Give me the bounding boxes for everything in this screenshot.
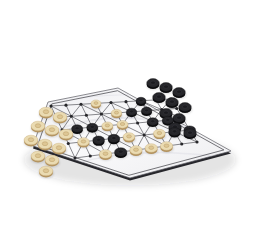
black-piece[interactable] xyxy=(93,136,105,146)
white-piece[interactable] xyxy=(160,142,173,153)
white-piece[interactable] xyxy=(145,144,158,155)
black-piece[interactable] xyxy=(72,125,84,135)
black-piece[interactable] xyxy=(87,123,99,133)
captured-black-piece[interactable] xyxy=(160,83,173,94)
black-piece[interactable] xyxy=(141,107,152,116)
captured-white-piece[interactable] xyxy=(52,143,67,155)
captured-white-piece[interactable] xyxy=(59,129,74,141)
captured-black-piece[interactable] xyxy=(173,88,186,99)
captured-white-piece[interactable] xyxy=(53,112,68,124)
captured-white-piece[interactable] xyxy=(39,107,54,119)
captured-black-piece[interactable] xyxy=(166,98,179,109)
black-piece[interactable] xyxy=(169,128,181,138)
captured-white-piece[interactable] xyxy=(31,121,46,133)
black-piece[interactable] xyxy=(136,97,147,106)
white-piece[interactable] xyxy=(99,150,112,161)
white-piece[interactable] xyxy=(154,129,166,139)
black-piece[interactable] xyxy=(126,108,137,117)
captured-white-piece[interactable] xyxy=(24,135,39,147)
white-piece[interactable] xyxy=(91,100,102,109)
captured-black-piece[interactable] xyxy=(179,103,192,114)
black-piece[interactable] xyxy=(108,134,120,144)
captured-black-piece[interactable] xyxy=(147,79,160,90)
captured-white-piece[interactable] xyxy=(31,151,46,163)
white-piece[interactable] xyxy=(102,122,114,132)
fanorona-product-photo xyxy=(0,0,253,230)
white-piece[interactable] xyxy=(78,138,90,148)
black-piece[interactable] xyxy=(147,118,159,128)
captured-white-piece[interactable] xyxy=(38,139,53,151)
black-piece[interactable] xyxy=(115,148,128,159)
captured-white-piece[interactable] xyxy=(39,166,54,178)
white-piece[interactable] xyxy=(111,109,122,118)
captured-white-piece[interactable] xyxy=(45,125,60,137)
fanorona-scene xyxy=(0,0,253,230)
captured-black-piece[interactable] xyxy=(153,93,166,104)
captured-black-piece[interactable] xyxy=(184,129,197,140)
white-piece[interactable] xyxy=(123,133,135,143)
captured-white-piece[interactable] xyxy=(45,155,60,167)
white-piece[interactable] xyxy=(130,146,143,157)
white-piece[interactable] xyxy=(117,121,129,131)
